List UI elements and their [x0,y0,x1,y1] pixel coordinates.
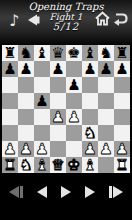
square-g6[interactable] [98,77,114,93]
square-e2[interactable] [66,141,82,157]
skip-to-start-bar-shape [20,186,23,198]
white-piece-p[interactable]: ♟ [66,109,82,125]
square-e7[interactable] [66,61,82,77]
black-piece-p[interactable]: ♟ [34,93,50,109]
square-f4[interactable] [82,109,98,125]
square-f1[interactable]: ♝ [82,157,98,173]
playback-controls [0,183,132,201]
square-d3[interactable] [50,125,66,141]
square-b3[interactable] [18,125,34,141]
square-c3[interactable] [34,125,50,141]
square-c5[interactable]: ♟ [34,93,50,109]
chess-board[interactable]: ♜♞♝♛♚♝♞♜♟♟♟♟♟♟♟♟♟♟♞♟♟♟♟♟♟♜♞♝♛♚♝♜ [2,45,130,173]
square-c7[interactable] [34,61,50,77]
square-f6[interactable] [82,77,98,93]
white-piece-n[interactable]: ♞ [82,125,98,141]
black-piece-p[interactable]: ♟ [66,77,82,93]
square-b6[interactable] [18,77,34,93]
white-piece-r[interactable]: ♜ [114,157,130,173]
square-f3[interactable]: ♞ [82,125,98,141]
white-piece-p[interactable]: ♟ [34,141,50,157]
square-a5[interactable] [2,93,18,109]
square-f7[interactable]: ♟ [82,61,98,77]
square-b8[interactable]: ♞ [18,45,34,61]
app-window: ♪ Opening Traps Fight 1 5/12 ♜♞♝♛♚♝♞ [0,0,132,220]
square-d2[interactable] [50,141,66,157]
square-d8[interactable]: ♛ [50,45,66,61]
square-b1[interactable]: ♞ [18,157,34,173]
play-button[interactable] [61,186,71,198]
skip-to-end-bar-shape [109,186,112,198]
square-c8[interactable]: ♝ [34,45,50,61]
square-h8[interactable]: ♜ [114,45,130,61]
white-piece-b[interactable]: ♝ [82,157,98,173]
square-f5[interactable] [82,93,98,109]
square-h5[interactable] [114,93,130,109]
white-piece-p[interactable]: ♟ [114,141,130,157]
square-b7[interactable]: ♟ [18,61,34,77]
square-a6[interactable] [2,77,18,93]
skip-to-end-button[interactable] [109,186,123,198]
square-d7[interactable]: ♟ [50,61,66,77]
square-h3[interactable] [114,125,130,141]
home-icon[interactable] [94,10,111,31]
skip-to-start-button[interactable] [9,186,23,198]
back-arrow-icon[interactable] [112,10,129,31]
square-e5[interactable] [66,93,82,109]
white-piece-r[interactable]: ♜ [2,157,18,173]
black-piece-r[interactable]: ♜ [2,45,18,61]
square-h4[interactable] [114,109,130,125]
square-g4[interactable] [98,109,114,125]
square-h7[interactable]: ♟ [114,61,130,77]
square-d1[interactable]: ♛ [50,157,66,173]
skip-to-start-tri-l-shape [9,186,19,198]
square-g8[interactable]: ♞ [98,45,114,61]
square-a3[interactable] [2,125,18,141]
black-piece-b[interactable]: ♝ [34,45,50,61]
square-a1[interactable]: ♜ [2,157,18,173]
white-piece-p[interactable]: ♟ [50,109,66,125]
square-e8[interactable]: ♚ [66,45,82,61]
step-forward-tri-r-shape [85,186,95,198]
square-f2[interactable]: ♟ [82,141,98,157]
white-piece-p[interactable]: ♟ [2,141,18,157]
step-back-button[interactable] [37,186,47,198]
black-piece-p[interactable]: ♟ [114,61,130,77]
square-e3[interactable] [66,125,82,141]
black-piece-p[interactable]: ♟ [50,61,66,77]
black-piece-p[interactable]: ♟ [82,61,98,77]
square-c4[interactable] [34,109,50,125]
square-g2[interactable]: ♟ [98,141,114,157]
skip-to-end-tri-r-shape [113,186,123,198]
square-c6[interactable] [34,77,50,93]
square-a4[interactable] [2,109,18,125]
white-piece-p[interactable]: ♟ [18,141,34,157]
white-piece-p[interactable]: ♟ [82,141,98,157]
square-d6[interactable] [50,77,66,93]
square-b5[interactable] [18,93,34,109]
white-piece-b[interactable]: ♝ [34,157,50,173]
black-piece-n[interactable]: ♞ [98,45,114,61]
black-piece-p[interactable]: ♟ [98,61,114,77]
square-e1[interactable]: ♚ [66,157,82,173]
black-piece-k[interactable]: ♚ [66,45,82,61]
square-c2[interactable]: ♟ [34,141,50,157]
square-g7[interactable]: ♟ [98,61,114,77]
square-f8[interactable]: ♝ [82,45,98,61]
square-b2[interactable]: ♟ [18,141,34,157]
black-piece-b[interactable]: ♝ [82,45,98,61]
square-d5[interactable] [50,93,66,109]
square-g1[interactable] [98,157,114,173]
square-e6[interactable]: ♟ [66,77,82,93]
top-bar: ♪ Opening Traps Fight 1 5/12 [0,0,132,45]
square-a2[interactable]: ♟ [2,141,18,157]
square-d4[interactable]: ♟ [50,109,66,125]
square-g5[interactable] [98,93,114,109]
black-piece-p[interactable]: ♟ [18,61,34,77]
black-piece-q[interactable]: ♛ [50,45,66,61]
white-piece-k[interactable]: ♚ [66,157,82,173]
square-a8[interactable]: ♜ [2,45,18,61]
step-forward-button[interactable] [85,186,95,198]
square-h2[interactable]: ♟ [114,141,130,157]
black-piece-r[interactable]: ♜ [114,45,130,61]
square-e4[interactable]: ♟ [66,109,82,125]
black-piece-p[interactable]: ♟ [2,61,18,77]
black-piece-n[interactable]: ♞ [18,45,34,61]
square-h6[interactable] [114,77,130,93]
white-piece-q[interactable]: ♛ [50,157,66,173]
step-back-tri-l-shape [37,186,47,198]
square-c1[interactable]: ♝ [34,157,50,173]
white-piece-n[interactable]: ♞ [18,157,34,173]
play-tri-r-shape [61,186,71,198]
square-g3[interactable] [98,125,114,141]
white-piece-p[interactable]: ♟ [98,141,114,157]
square-a7[interactable]: ♟ [2,61,18,77]
square-h1[interactable]: ♜ [114,157,130,173]
square-b4[interactable] [18,109,34,125]
